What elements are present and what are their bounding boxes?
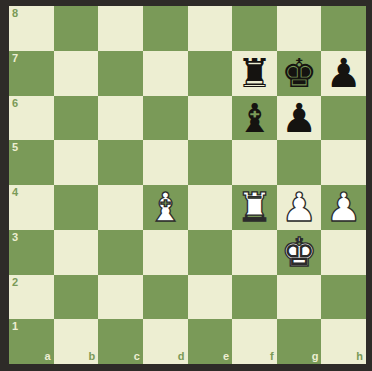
- square-h5[interactable]: [321, 140, 366, 185]
- coord-file-f: f: [270, 351, 274, 362]
- square-c7[interactable]: [98, 51, 143, 96]
- square-a2[interactable]: 2: [9, 275, 54, 320]
- square-a8[interactable]: 8: [9, 6, 54, 51]
- piece-white-pawn-g4[interactable]: ♟: [277, 185, 322, 230]
- square-h8[interactable]: [321, 6, 366, 51]
- piece-white-rook-f4[interactable]: ♜: [232, 185, 277, 230]
- square-b3[interactable]: [54, 230, 99, 275]
- square-e7[interactable]: [188, 51, 233, 96]
- square-h2[interactable]: [321, 275, 366, 320]
- coord-file-a: a: [45, 351, 51, 362]
- square-f4[interactable]: ♜: [232, 185, 277, 230]
- square-g2[interactable]: [277, 275, 322, 320]
- square-b6[interactable]: [54, 96, 99, 141]
- square-b5[interactable]: [54, 140, 99, 185]
- square-f3[interactable]: [232, 230, 277, 275]
- coord-file-h: h: [356, 351, 363, 362]
- square-e5[interactable]: [188, 140, 233, 185]
- square-h3[interactable]: [321, 230, 366, 275]
- square-g5[interactable]: [277, 140, 322, 185]
- square-a6[interactable]: 6: [9, 96, 54, 141]
- square-f7[interactable]: ♜: [232, 51, 277, 96]
- square-d1[interactable]: d: [143, 319, 188, 364]
- coord-file-b: b: [89, 351, 96, 362]
- square-g3[interactable]: ♚: [277, 230, 322, 275]
- square-e6[interactable]: [188, 96, 233, 141]
- square-e8[interactable]: [188, 6, 233, 51]
- square-b7[interactable]: [54, 51, 99, 96]
- square-h6[interactable]: [321, 96, 366, 141]
- square-c5[interactable]: [98, 140, 143, 185]
- coord-file-c: c: [134, 351, 140, 362]
- square-d2[interactable]: [143, 275, 188, 320]
- piece-black-bishop-f6[interactable]: ♝: [232, 96, 277, 141]
- square-a5[interactable]: 5: [9, 140, 54, 185]
- square-a4[interactable]: 4: [9, 185, 54, 230]
- square-b2[interactable]: [54, 275, 99, 320]
- coord-rank-3: 3: [12, 232, 18, 243]
- square-g8[interactable]: [277, 6, 322, 51]
- square-h1[interactable]: h: [321, 319, 366, 364]
- piece-black-pawn-h7[interactable]: ♟: [321, 51, 366, 96]
- square-b4[interactable]: [54, 185, 99, 230]
- coord-rank-1: 1: [12, 321, 18, 332]
- square-d4[interactable]: ♝: [143, 185, 188, 230]
- square-c8[interactable]: [98, 6, 143, 51]
- square-c6[interactable]: [98, 96, 143, 141]
- square-f1[interactable]: f: [232, 319, 277, 364]
- piece-black-pawn-g6[interactable]: ♟: [277, 96, 322, 141]
- square-g7[interactable]: ♚: [277, 51, 322, 96]
- coord-rank-4: 4: [12, 187, 18, 198]
- coord-rank-7: 7: [12, 53, 18, 64]
- coord-rank-5: 5: [12, 142, 18, 153]
- square-f8[interactable]: [232, 6, 277, 51]
- square-d8[interactable]: [143, 6, 188, 51]
- square-d5[interactable]: [143, 140, 188, 185]
- coord-rank-8: 8: [12, 8, 18, 19]
- square-f5[interactable]: [232, 140, 277, 185]
- square-h4[interactable]: ♟: [321, 185, 366, 230]
- square-e3[interactable]: [188, 230, 233, 275]
- piece-white-king-g3[interactable]: ♚: [277, 230, 322, 275]
- square-d7[interactable]: [143, 51, 188, 96]
- board-frame: 87♜♚♟6♝♟54♝♜♟♟3♚21abcdefgh: [0, 0, 372, 371]
- square-c2[interactable]: [98, 275, 143, 320]
- square-d6[interactable]: [143, 96, 188, 141]
- square-d3[interactable]: [143, 230, 188, 275]
- square-a3[interactable]: 3: [9, 230, 54, 275]
- square-g6[interactable]: ♟: [277, 96, 322, 141]
- piece-white-bishop-d4[interactable]: ♝: [143, 185, 188, 230]
- square-g4[interactable]: ♟: [277, 185, 322, 230]
- coord-rank-2: 2: [12, 277, 18, 288]
- square-c4[interactable]: [98, 185, 143, 230]
- piece-black-king-g7[interactable]: ♚: [277, 51, 322, 96]
- piece-black-rook-f7[interactable]: ♜: [232, 51, 277, 96]
- square-c3[interactable]: [98, 230, 143, 275]
- square-b1[interactable]: b: [54, 319, 99, 364]
- square-b8[interactable]: [54, 6, 99, 51]
- coord-rank-6: 6: [12, 98, 18, 109]
- square-f2[interactable]: [232, 275, 277, 320]
- coord-file-e: e: [223, 351, 229, 362]
- square-c1[interactable]: c: [98, 319, 143, 364]
- square-f6[interactable]: ♝: [232, 96, 277, 141]
- piece-white-pawn-h4[interactable]: ♟: [321, 185, 366, 230]
- coord-file-g: g: [312, 351, 319, 362]
- square-e2[interactable]: [188, 275, 233, 320]
- square-a7[interactable]: 7: [9, 51, 54, 96]
- square-e1[interactable]: e: [188, 319, 233, 364]
- square-g1[interactable]: g: [277, 319, 322, 364]
- square-e4[interactable]: [188, 185, 233, 230]
- square-h7[interactable]: ♟: [321, 51, 366, 96]
- coord-file-d: d: [178, 351, 185, 362]
- chess-board: 87♜♚♟6♝♟54♝♜♟♟3♚21abcdefgh: [9, 6, 366, 364]
- square-a1[interactable]: 1a: [9, 319, 54, 364]
